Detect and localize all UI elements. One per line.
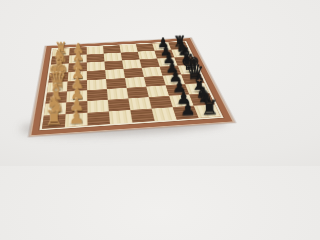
board-tilt-wrapper: ♜♟♟♜♞♟♟♞♝♟♟♝♚♟♟♚♛♟♟♛♝♟♟♝♞♟♟♞♜♟♟♜ (39, 0, 211, 164)
square-f4 (104, 60, 123, 70)
square-a5 (130, 109, 154, 123)
square-d5 (125, 77, 146, 88)
square-g3 (87, 54, 105, 63)
square-d3 (87, 79, 107, 90)
square-a4 (109, 110, 133, 124)
square-a3 (87, 111, 110, 125)
square-a6 (152, 107, 177, 121)
chess-board: ♜♟♟♜♞♟♟♞♝♟♟♝♚♟♟♚♛♟♟♛♝♟♟♝♞♟♟♞♜♟♟♜ (31, 38, 232, 135)
square-a2: ♟ (65, 113, 88, 127)
piece-white-pawn: ♟ (68, 109, 84, 126)
square-c3 (87, 89, 108, 101)
square-a7: ♟ (173, 106, 199, 120)
piece-black-pawn: ♟ (179, 101, 195, 118)
square-a1: ♜ (42, 114, 66, 128)
piece-black-rook: ♜ (200, 98, 218, 117)
board-grid: ♜♟♟♜♞♟♟♞♝♟♟♝♚♟♟♚♛♟♟♛♝♟♟♝♞♟♟♞♜♟♟♜ (42, 42, 221, 129)
square-e3 (87, 70, 106, 80)
piece-white-rook: ♜ (44, 108, 63, 128)
square-a8: ♜ (194, 104, 221, 118)
chess-set-photo: ♜♟♟♜♞♟♟♞♝♟♟♝♚♟♟♚♛♟♟♛♝♟♟♝♞♟♟♞♜♟♟♜ (0, 0, 250, 166)
